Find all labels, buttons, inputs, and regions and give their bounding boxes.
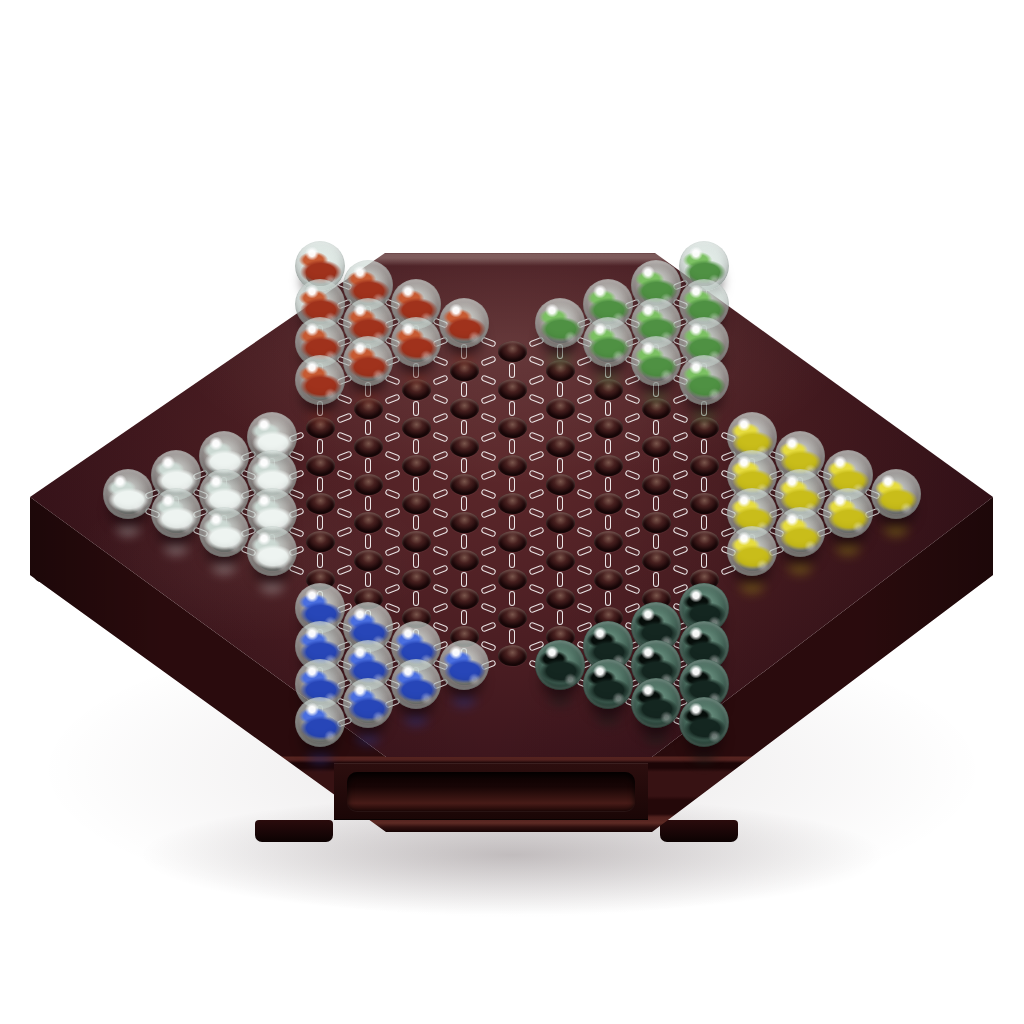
marble-red[interactable] [391,317,441,367]
marble-blue[interactable] [295,697,345,747]
marble-yellow[interactable] [727,526,777,576]
marble-dark-green[interactable] [679,697,729,747]
marble-red[interactable] [343,336,393,386]
marbles-layer [0,0,1024,1024]
marble-blue[interactable] [439,640,489,690]
marble-clear[interactable] [247,526,297,576]
marble-clear[interactable] [103,469,153,519]
marble-dark-green[interactable] [583,659,633,709]
marble-yellow[interactable] [775,507,825,557]
marble-blue[interactable] [391,659,441,709]
marble-green[interactable] [679,355,729,405]
marble-yellow[interactable] [823,488,873,538]
marble-red[interactable] [439,298,489,348]
marble-dark-green[interactable] [535,640,585,690]
chinese-checkers-board [0,0,1024,1024]
marble-green[interactable] [631,336,681,386]
marble-yellow[interactable] [871,469,921,519]
marble-green[interactable] [535,298,585,348]
marble-clear[interactable] [151,488,201,538]
marble-blue[interactable] [343,678,393,728]
marble-green[interactable] [583,317,633,367]
marble-red[interactable] [295,355,345,405]
marble-clear[interactable] [199,507,249,557]
marble-dark-green[interactable] [631,678,681,728]
